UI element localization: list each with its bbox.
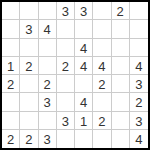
cell-r3c3[interactable] — [39, 39, 57, 57]
cell-r4c5: 4 — [75, 57, 93, 75]
cell-r6c6[interactable] — [93, 93, 111, 111]
cell-r8c8: 4 — [130, 130, 148, 148]
cell-r8c6[interactable] — [93, 130, 111, 148]
cell-r6c4[interactable] — [57, 93, 75, 111]
cell-r5c7[interactable] — [112, 75, 130, 93]
clue-number: 2 — [135, 96, 142, 109]
clue-number: 3 — [62, 5, 69, 18]
cell-r2c7[interactable] — [112, 20, 130, 38]
cell-r6c8: 2 — [130, 93, 148, 111]
clue-number: 2 — [62, 59, 69, 72]
cell-r2c3: 4 — [39, 20, 57, 38]
clue-number: 1 — [7, 59, 14, 72]
clue-number: 3 — [80, 5, 87, 18]
cell-r1c4: 3 — [57, 2, 75, 20]
cell-r8c1: 2 — [2, 130, 20, 148]
cell-r3c2[interactable] — [20, 39, 38, 57]
clue-number: 1 — [80, 114, 87, 127]
clue-number: 2 — [25, 59, 32, 72]
cell-r7c6: 2 — [93, 112, 111, 130]
cell-r4c4: 2 — [57, 57, 75, 75]
cell-r4c7[interactable] — [112, 57, 130, 75]
clue-number: 2 — [7, 78, 14, 91]
cell-r4c3[interactable] — [39, 57, 57, 75]
cell-r5c4[interactable] — [57, 75, 75, 93]
cell-r6c1[interactable] — [2, 93, 20, 111]
clue-number: 2 — [25, 133, 32, 146]
cell-r2c1[interactable] — [2, 20, 20, 38]
cell-r6c3: 3 — [39, 93, 57, 111]
clue-number: 2 — [98, 114, 105, 127]
clue-number: 3 — [135, 78, 142, 91]
cell-r7c3[interactable] — [39, 112, 57, 130]
cell-r4c1: 1 — [2, 57, 20, 75]
cell-r8c4[interactable] — [57, 130, 75, 148]
cell-r3c7[interactable] — [112, 39, 130, 57]
cell-r4c6: 4 — [93, 57, 111, 75]
clue-number: 4 — [80, 59, 87, 72]
cell-r1c3[interactable] — [39, 2, 57, 20]
cell-r3c1[interactable] — [2, 39, 20, 57]
cell-r2c4[interactable] — [57, 20, 75, 38]
cell-r2c2: 3 — [20, 20, 38, 38]
clue-number: 4 — [80, 41, 87, 54]
cell-r5c8: 3 — [130, 75, 148, 93]
cell-r6c7[interactable] — [112, 93, 130, 111]
clue-number: 4 — [135, 59, 142, 72]
clue-number: 2 — [117, 5, 124, 18]
clue-number: 3 — [44, 133, 51, 146]
cell-r3c6[interactable] — [93, 39, 111, 57]
cell-r5c1: 2 — [2, 75, 20, 93]
cell-r5c3: 2 — [39, 75, 57, 93]
cell-r1c5: 3 — [75, 2, 93, 20]
cell-r5c2[interactable] — [20, 75, 38, 93]
cell-r8c2: 2 — [20, 130, 38, 148]
cell-r5c5[interactable] — [75, 75, 93, 93]
cell-r7c4: 3 — [57, 112, 75, 130]
clue-number: 3 — [25, 23, 32, 36]
cell-r3c5: 4 — [75, 39, 93, 57]
cell-r1c8[interactable] — [130, 2, 148, 20]
cell-r1c7: 2 — [112, 2, 130, 20]
cell-r1c2[interactable] — [20, 2, 38, 20]
clue-number: 2 — [44, 78, 51, 91]
cell-r6c5: 4 — [75, 93, 93, 111]
cell-r8c3: 3 — [39, 130, 57, 148]
cell-r6c2[interactable] — [20, 93, 38, 111]
cell-r1c1[interactable] — [2, 2, 20, 20]
cell-r2c8[interactable] — [130, 20, 148, 38]
cell-r5c6: 2 — [93, 75, 111, 93]
cell-r7c8: 3 — [130, 112, 148, 130]
cell-r7c7[interactable] — [112, 112, 130, 130]
cell-r2c6[interactable] — [93, 20, 111, 38]
clue-number: 4 — [44, 23, 51, 36]
clue-number: 4 — [135, 133, 142, 146]
clue-number: 3 — [135, 114, 142, 127]
clue-number: 2 — [7, 133, 14, 146]
cell-r8c7[interactable] — [112, 130, 130, 148]
clue-number: 3 — [62, 114, 69, 127]
cell-r3c4[interactable] — [57, 39, 75, 57]
clue-number: 4 — [80, 96, 87, 109]
board: 332344122444222334231232234 — [0, 0, 150, 150]
cell-r2c5[interactable] — [75, 20, 93, 38]
cell-r4c2: 2 — [20, 57, 38, 75]
cell-r7c5: 1 — [75, 112, 93, 130]
clue-number: 4 — [98, 59, 105, 72]
cell-r7c2[interactable] — [20, 112, 38, 130]
cell-r8c5[interactable] — [75, 130, 93, 148]
cell-r3c8[interactable] — [130, 39, 148, 57]
cell-r1c6[interactable] — [93, 2, 111, 20]
clue-number: 2 — [98, 78, 105, 91]
clue-number: 3 — [44, 96, 51, 109]
cell-r4c8: 4 — [130, 57, 148, 75]
cell-r7c1[interactable] — [2, 112, 20, 130]
